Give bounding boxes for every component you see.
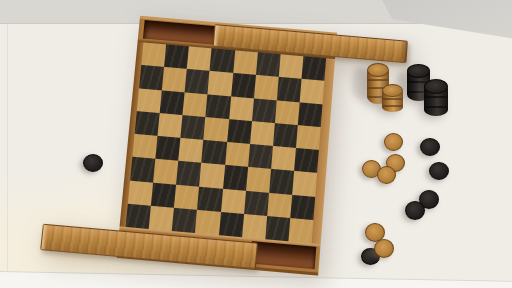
wood-stack-2[interactable] — [382, 84, 403, 112]
wood-checker-1[interactable] — [384, 133, 403, 151]
stack-top-checker — [367, 63, 389, 77]
wood-checker-5[interactable] — [365, 223, 385, 242]
wood-checker-4[interactable] — [377, 166, 396, 184]
black-checker-2[interactable] — [429, 162, 449, 180]
black-checker-1[interactable] — [420, 138, 440, 156]
stack-top-checker — [382, 84, 403, 97]
wood-checker-6[interactable] — [374, 239, 394, 258]
photo-scene — [0, 0, 512, 288]
black-checker-lone[interactable] — [83, 154, 103, 172]
stack-layer-line — [382, 98, 403, 100]
black-checker-4[interactable] — [405, 201, 425, 220]
stack-layer-line — [367, 79, 389, 81]
off-board-pieces-layer — [0, 0, 512, 288]
stack-layer-line — [382, 105, 403, 107]
stack-top-checker — [424, 79, 448, 94]
stack-top-checker — [407, 64, 430, 78]
black-stack-2[interactable] — [424, 79, 448, 116]
